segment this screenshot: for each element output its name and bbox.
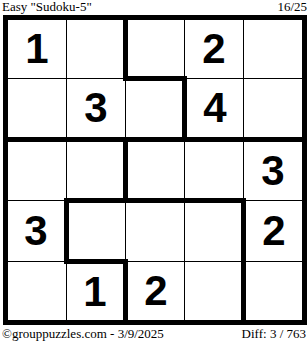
cell-r5c3: 2: [126, 262, 185, 323]
board-row-4: 3 2: [6, 201, 305, 262]
cell-r3c4[interactable]: [185, 140, 244, 201]
cell-r3c5: 3: [244, 140, 305, 201]
cell-r4c4[interactable]: [185, 201, 244, 262]
board-row-5: 1 2: [6, 262, 305, 323]
cell-r4c5: 2: [244, 201, 305, 262]
cell-r1c4: 2: [185, 18, 244, 79]
board-row-3: 3: [6, 140, 305, 201]
footer-bar: ©grouppuzzles.com - 3/9/2025 Diff: 3 / 7…: [0, 327, 308, 341]
cell-r1c1: 1: [6, 18, 67, 79]
cell-r5c2: 1: [67, 262, 126, 323]
cell-r1c3[interactable]: [126, 18, 185, 79]
cell-r5c1[interactable]: [6, 262, 67, 323]
cell-r5c5[interactable]: [244, 262, 305, 323]
cell-r4c1: 3: [6, 201, 67, 262]
cell-r3c3[interactable]: [126, 140, 185, 201]
cell-r5c4[interactable]: [185, 262, 244, 323]
cell-r2c1[interactable]: [6, 79, 67, 140]
cell-r2c2: 3: [67, 79, 126, 140]
cell-r3c2[interactable]: [67, 140, 126, 201]
copyright-text: ©grouppuzzles.com - 3/9/2025: [2, 327, 164, 341]
cell-r4c2[interactable]: [67, 201, 126, 262]
sudoku5-board: 1 2 3 4 3 3: [3, 15, 307, 325]
board-row-1: 1 2: [6, 18, 305, 79]
board-area: 1 2 3 4 3 3: [0, 12, 307, 325]
cell-r1c2[interactable]: [67, 18, 126, 79]
puzzle-page: Easy "Sudoku-5" 16/25 1 2 3 4: [0, 0, 308, 343]
cell-r4c3[interactable]: [126, 201, 185, 262]
cell-r1c5[interactable]: [244, 18, 305, 79]
difficulty-text: Diff: 3 / 763: [242, 327, 306, 341]
board-row-2: 3 4: [6, 79, 305, 140]
cell-r2c4: 4: [185, 79, 244, 140]
cell-r2c3[interactable]: [126, 79, 185, 140]
cell-r3c1[interactable]: [6, 140, 67, 201]
cell-r2c5[interactable]: [244, 79, 305, 140]
